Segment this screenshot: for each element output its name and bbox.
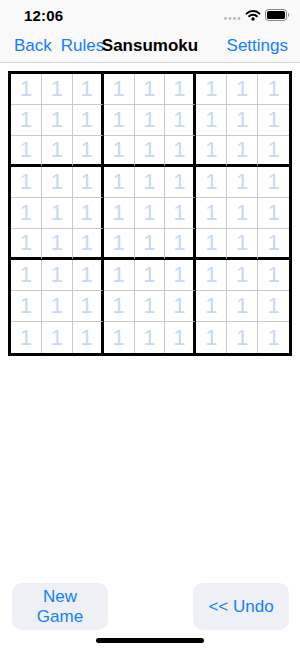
board-cell-r8c4[interactable]: 1 xyxy=(104,291,135,322)
board-cell-r2c2[interactable]: 1 xyxy=(42,105,73,136)
settings-button[interactable]: Settings xyxy=(227,36,288,56)
board-cell-r3c1[interactable]: 1 xyxy=(11,136,42,167)
board-cell-r9c3[interactable]: 1 xyxy=(73,322,104,353)
board-cell-r7c8[interactable]: 1 xyxy=(227,260,258,291)
board-cell-r9c2[interactable]: 1 xyxy=(42,322,73,353)
board-cell-r4c7[interactable]: 1 xyxy=(196,167,227,198)
board-cell-r3c5[interactable]: 1 xyxy=(135,136,166,167)
board-cell-r5c6[interactable]: 1 xyxy=(165,198,196,229)
home-indicator[interactable] xyxy=(96,638,204,643)
new-game-button[interactable]: New Game xyxy=(12,583,108,630)
board-cell-r9c6[interactable]: 1 xyxy=(165,322,196,353)
board-cell-r3c9[interactable]: 1 xyxy=(258,136,289,167)
board-cell-r7c7[interactable]: 1 xyxy=(196,260,227,291)
board-cell-r3c4[interactable]: 1 xyxy=(104,136,135,167)
nav-left-group: Back Rules xyxy=(14,36,104,56)
board-cell-r6c3[interactable]: 1 xyxy=(73,229,104,260)
board-cell-r1c9[interactable]: 1 xyxy=(258,74,289,105)
board-cell-r9c5[interactable]: 1 xyxy=(135,322,166,353)
board-cell-r3c8[interactable]: 1 xyxy=(227,136,258,167)
board-cell-r8c3[interactable]: 1 xyxy=(73,291,104,322)
board-cell-r7c4[interactable]: 1 xyxy=(104,260,135,291)
board-cell-r9c9[interactable]: 1 xyxy=(258,322,289,353)
board-cell-r1c3[interactable]: 1 xyxy=(73,74,104,105)
board-cell-r2c9[interactable]: 1 xyxy=(258,105,289,136)
board-cell-r6c4[interactable]: 1 xyxy=(104,229,135,260)
board-cell-r6c7[interactable]: 1 xyxy=(196,229,227,260)
board-cell-r7c1[interactable]: 1 xyxy=(11,260,42,291)
board-cell-r5c1[interactable]: 1 xyxy=(11,198,42,229)
nav-bar: Back Rules Sansumoku Settings xyxy=(0,30,300,62)
board-cell-r2c4[interactable]: 1 xyxy=(104,105,135,136)
board-cell-r8c2[interactable]: 1 xyxy=(42,291,73,322)
back-button[interactable]: Back xyxy=(14,36,52,56)
board-cell-r2c5[interactable]: 1 xyxy=(135,105,166,136)
board-cell-r6c1[interactable]: 1 xyxy=(11,229,42,260)
board-cell-r6c6[interactable]: 1 xyxy=(165,229,196,260)
board-cell-r7c3[interactable]: 1 xyxy=(73,260,104,291)
sansumoku-board: 1111111111111111111111111111111111111111… xyxy=(8,71,292,356)
board-cell-r1c4[interactable]: 1 xyxy=(104,74,135,105)
board-cell-r8c7[interactable]: 1 xyxy=(196,291,227,322)
status-icons xyxy=(223,9,290,21)
header: 12:06 Back Rules Sansumoku xyxy=(0,0,300,63)
board-cell-r5c9[interactable]: 1 xyxy=(258,198,289,229)
board-cell-r3c3[interactable]: 1 xyxy=(73,136,104,167)
board-cell-r6c8[interactable]: 1 xyxy=(227,229,258,260)
status-bar: 12:06 xyxy=(0,0,300,30)
cellular-signal-icon xyxy=(223,9,241,21)
wifi-icon xyxy=(245,9,261,21)
board-cell-r7c5[interactable]: 1 xyxy=(135,260,166,291)
board-cell-r1c2[interactable]: 1 xyxy=(42,74,73,105)
board-cell-r5c5[interactable]: 1 xyxy=(135,198,166,229)
board-cell-r4c8[interactable]: 1 xyxy=(227,167,258,198)
board-cell-r5c7[interactable]: 1 xyxy=(196,198,227,229)
board-cell-r3c6[interactable]: 1 xyxy=(165,136,196,167)
bottom-bar: New Game << Undo xyxy=(0,583,300,630)
board-cell-r2c3[interactable]: 1 xyxy=(73,105,104,136)
board-cell-r9c1[interactable]: 1 xyxy=(11,322,42,353)
board-cell-r5c3[interactable]: 1 xyxy=(73,198,104,229)
board-cell-r6c9[interactable]: 1 xyxy=(258,229,289,260)
rules-button[interactable]: Rules xyxy=(61,36,104,56)
board-cell-r7c6[interactable]: 1 xyxy=(165,260,196,291)
board-cell-r4c5[interactable]: 1 xyxy=(135,167,166,198)
board-cell-r5c2[interactable]: 1 xyxy=(42,198,73,229)
board-cell-r1c8[interactable]: 1 xyxy=(227,74,258,105)
board-cell-r1c7[interactable]: 1 xyxy=(196,74,227,105)
board-cell-r8c1[interactable]: 1 xyxy=(11,291,42,322)
board-cell-r8c5[interactable]: 1 xyxy=(135,291,166,322)
board-cell-r9c8[interactable]: 1 xyxy=(227,322,258,353)
board-cell-r6c5[interactable]: 1 xyxy=(135,229,166,260)
board-cell-r2c7[interactable]: 1 xyxy=(196,105,227,136)
battery-icon xyxy=(265,9,290,21)
board-cell-r4c6[interactable]: 1 xyxy=(165,167,196,198)
board-cell-r6c2[interactable]: 1 xyxy=(42,229,73,260)
board-cell-r3c7[interactable]: 1 xyxy=(196,136,227,167)
board-cell-r8c9[interactable]: 1 xyxy=(258,291,289,322)
board-cell-r4c4[interactable]: 1 xyxy=(104,167,135,198)
board-cell-r2c8[interactable]: 1 xyxy=(227,105,258,136)
board-cell-r2c1[interactable]: 1 xyxy=(11,105,42,136)
board-cell-r2c6[interactable]: 1 xyxy=(165,105,196,136)
board-cell-r5c8[interactable]: 1 xyxy=(227,198,258,229)
board-cell-r4c2[interactable]: 1 xyxy=(42,167,73,198)
board-cell-r9c7[interactable]: 1 xyxy=(196,322,227,353)
board-cell-r1c1[interactable]: 1 xyxy=(11,74,42,105)
board-cell-r8c6[interactable]: 1 xyxy=(165,291,196,322)
board-cell-r7c2[interactable]: 1 xyxy=(42,260,73,291)
board-cell-r1c5[interactable]: 1 xyxy=(135,74,166,105)
board-cell-r7c9[interactable]: 1 xyxy=(258,260,289,291)
board-cell-r9c4[interactable]: 1 xyxy=(104,322,135,353)
board-cell-r8c8[interactable]: 1 xyxy=(227,291,258,322)
board-cell-r4c9[interactable]: 1 xyxy=(258,167,289,198)
board-cell-r5c4[interactable]: 1 xyxy=(104,198,135,229)
board-cell-r4c1[interactable]: 1 xyxy=(11,167,42,198)
board-cell-r3c2[interactable]: 1 xyxy=(42,136,73,167)
status-time: 12:06 xyxy=(24,7,63,24)
undo-button[interactable]: << Undo xyxy=(193,583,289,630)
board-cell-r1c6[interactable]: 1 xyxy=(165,74,196,105)
board-cell-r4c3[interactable]: 1 xyxy=(73,167,104,198)
